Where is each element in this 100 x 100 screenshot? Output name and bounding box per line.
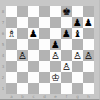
file-label-f: f: [61, 94, 72, 100]
square-e4[interactable]: ♙: [50, 50, 61, 61]
square-h3[interactable]: [83, 61, 94, 72]
square-b2[interactable]: [17, 72, 28, 83]
square-f7[interactable]: [61, 17, 72, 28]
square-e6[interactable]: [50, 28, 61, 39]
square-b8[interactable]: [17, 6, 28, 17]
square-g3[interactable]: [72, 61, 83, 72]
square-e5[interactable]: ♟: [50, 39, 61, 50]
piece-wP-g4: ♙: [73, 50, 82, 61]
piece-bP-e5: ♟: [51, 39, 60, 50]
piece-wB-a6: ♗: [7, 28, 16, 39]
piece-bP-f6: ♟: [62, 28, 71, 39]
piece-wP-b4: ♙: [18, 50, 27, 61]
square-b4[interactable]: ♙: [17, 50, 28, 61]
file-label-d: d: [39, 94, 50, 100]
square-d6[interactable]: [39, 28, 50, 39]
square-a8[interactable]: [6, 6, 17, 17]
square-c6[interactable]: ♟: [28, 28, 39, 39]
square-a5[interactable]: [6, 39, 17, 50]
square-h4[interactable]: ♙: [83, 50, 94, 61]
square-c3[interactable]: [28, 61, 39, 72]
square-d4[interactable]: [39, 50, 50, 61]
square-e3[interactable]: [50, 61, 61, 72]
file-label-c: c: [28, 94, 39, 100]
piece-wP-e4: ♙: [51, 50, 60, 61]
board-frame: 87654321 abcdefgh ♚♟♟♗♟♟♝♟♙♙♙♙♙♔: [0, 0, 100, 100]
square-a2[interactable]: [6, 72, 17, 83]
file-label-g: g: [72, 94, 83, 100]
chess-board: ♚♟♟♗♟♟♝♟♙♙♙♙♙♔: [6, 6, 94, 94]
square-e8[interactable]: [50, 6, 61, 17]
square-b6[interactable]: [17, 28, 28, 39]
square-f3[interactable]: ♙: [61, 61, 72, 72]
square-g8[interactable]: [72, 6, 83, 17]
square-a4[interactable]: [6, 50, 17, 61]
square-g2[interactable]: [72, 72, 83, 83]
square-c8[interactable]: [28, 6, 39, 17]
square-g7[interactable]: ♟: [72, 17, 83, 28]
square-f8[interactable]: ♚: [61, 6, 72, 17]
square-c5[interactable]: [28, 39, 39, 50]
square-h5[interactable]: [83, 39, 94, 50]
square-a1[interactable]: [6, 83, 17, 94]
square-b7[interactable]: [17, 17, 28, 28]
square-a7[interactable]: [6, 17, 17, 28]
square-h7[interactable]: ♟: [83, 17, 94, 28]
square-c2[interactable]: [28, 72, 39, 83]
file-label-a: a: [6, 94, 17, 100]
square-a3[interactable]: [6, 61, 17, 72]
square-d2[interactable]: [39, 72, 50, 83]
square-b5[interactable]: [17, 39, 28, 50]
square-h2[interactable]: [83, 72, 94, 83]
square-g1[interactable]: [72, 83, 83, 94]
square-c4[interactable]: [28, 50, 39, 61]
square-d3[interactable]: [39, 61, 50, 72]
file-label-h: h: [83, 94, 94, 100]
square-h8[interactable]: [83, 6, 94, 17]
square-h6[interactable]: [83, 28, 94, 39]
square-d5[interactable]: [39, 39, 50, 50]
piece-bB-g6: ♝: [73, 28, 82, 39]
piece-wK-e2: ♔: [51, 72, 60, 83]
square-g6[interactable]: ♝: [72, 28, 83, 39]
square-f6[interactable]: ♟: [61, 28, 72, 39]
square-c1[interactable]: [28, 83, 39, 94]
square-d1[interactable]: [39, 83, 50, 94]
square-d7[interactable]: [39, 17, 50, 28]
piece-wP-h4: ♙: [84, 50, 93, 61]
square-e1[interactable]: [50, 83, 61, 94]
square-g4[interactable]: ♙: [72, 50, 83, 61]
square-f5[interactable]: [61, 39, 72, 50]
square-a6[interactable]: ♗: [6, 28, 17, 39]
piece-bP-h7: ♟: [84, 17, 93, 28]
square-f2[interactable]: [61, 72, 72, 83]
square-e2[interactable]: ♔: [50, 72, 61, 83]
square-f4[interactable]: [61, 50, 72, 61]
piece-wP-f3: ♙: [62, 61, 71, 72]
piece-bK-f8: ♚: [62, 6, 71, 17]
square-e7[interactable]: [50, 17, 61, 28]
file-labels: abcdefgh: [6, 94, 94, 100]
square-g5[interactable]: [72, 39, 83, 50]
square-b3[interactable]: [17, 61, 28, 72]
square-h1[interactable]: [83, 83, 94, 94]
piece-bP-g7: ♟: [73, 17, 82, 28]
square-c7[interactable]: [28, 17, 39, 28]
square-f1[interactable]: [61, 83, 72, 94]
file-label-e: e: [50, 94, 61, 100]
square-d8[interactable]: [39, 6, 50, 17]
piece-bP-c6: ♟: [29, 28, 38, 39]
file-label-b: b: [17, 94, 28, 100]
square-b1[interactable]: [17, 83, 28, 94]
